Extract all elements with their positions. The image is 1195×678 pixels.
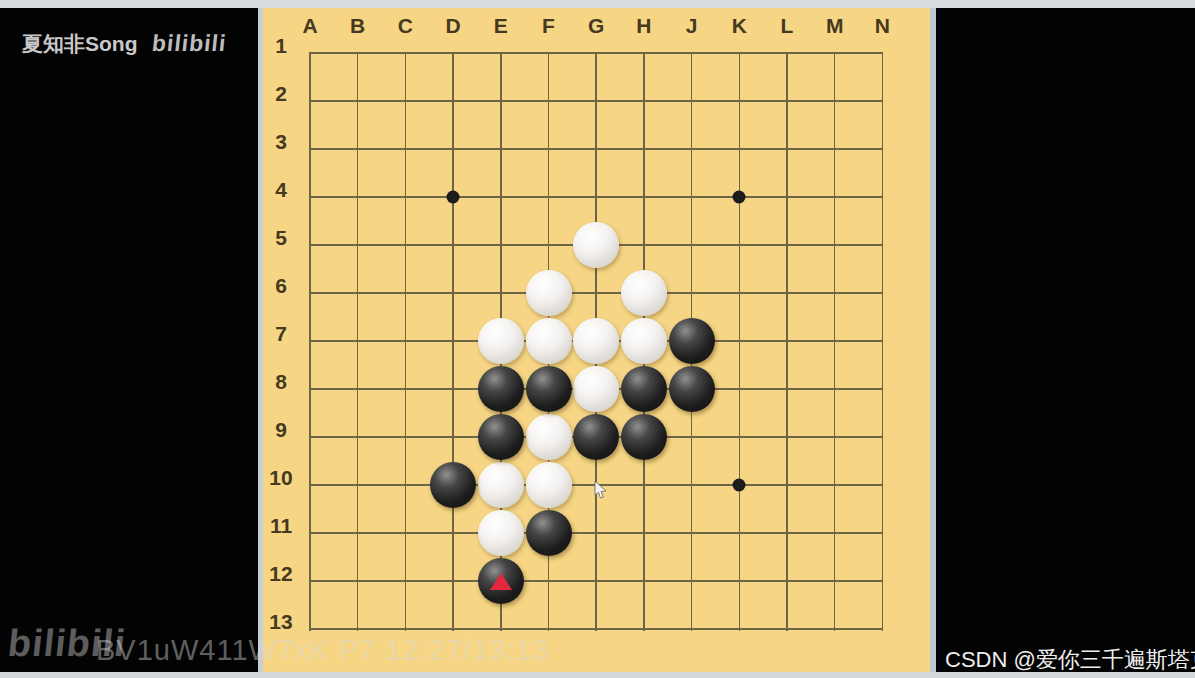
col-label-F: F xyxy=(542,15,555,36)
top-edge-strip xyxy=(0,0,1195,8)
white-stone-G8 xyxy=(573,366,619,412)
black-stone-G9 xyxy=(573,414,619,460)
grid-vertical-line xyxy=(786,53,788,631)
row-label-5: 5 xyxy=(275,227,287,248)
star-point-K4 xyxy=(733,191,746,204)
col-label-K: K xyxy=(732,15,747,36)
col-label-B: B xyxy=(350,15,365,36)
row-label-12: 12 xyxy=(269,563,292,584)
grid-vertical-line xyxy=(405,53,407,631)
col-label-H: H xyxy=(636,15,651,36)
grid-vertical-line xyxy=(834,53,836,631)
row-label-10: 10 xyxy=(269,467,292,488)
col-label-E: E xyxy=(494,15,508,36)
col-label-M: M xyxy=(826,15,844,36)
board-surface[interactable]: ABCDEFGHJKLMN12345678910111213 xyxy=(263,8,930,672)
row-label-2: 2 xyxy=(275,83,287,104)
col-label-L: L xyxy=(781,15,794,36)
black-stone-E9 xyxy=(478,414,524,460)
csdn-watermark: CSDN @爱你三千遍斯塔克 xyxy=(945,645,1195,675)
go-app-viewport: ABCDEFGHJKLMN12345678910111213 xyxy=(258,8,936,672)
col-label-A: A xyxy=(302,15,317,36)
grid-vertical-line xyxy=(882,53,884,631)
white-stone-E11 xyxy=(478,510,524,556)
row-label-13: 13 xyxy=(269,611,292,632)
grid-vertical-line xyxy=(357,53,359,631)
black-stone-J7 xyxy=(669,318,715,364)
white-stone-E10 xyxy=(478,462,524,508)
star-point-K10 xyxy=(733,479,746,492)
row-label-4: 4 xyxy=(275,179,287,200)
white-stone-F10 xyxy=(526,462,572,508)
row-label-7: 7 xyxy=(275,323,287,344)
black-stone-E8 xyxy=(478,366,524,412)
row-label-1: 1 xyxy=(275,35,287,56)
grid-horizontal-line xyxy=(309,580,883,582)
white-stone-F9 xyxy=(526,414,572,460)
white-stone-G5 xyxy=(573,222,619,268)
white-stone-H6 xyxy=(621,270,667,316)
black-stone-F11 xyxy=(526,510,572,556)
mouse-cursor-icon xyxy=(594,481,608,499)
col-label-D: D xyxy=(446,15,461,36)
grid-vertical-line xyxy=(739,53,741,631)
grid-horizontal-line xyxy=(309,532,883,534)
grid-vertical-line xyxy=(452,53,454,631)
right-letterbox-panel xyxy=(936,8,1195,672)
black-stone-E12 xyxy=(478,558,524,604)
grid-vertical-line xyxy=(309,53,311,631)
white-stone-G7 xyxy=(573,318,619,364)
black-stone-H9 xyxy=(621,414,667,460)
black-stone-D10 xyxy=(430,462,476,508)
row-label-9: 9 xyxy=(275,419,287,440)
last-move-triangle-marker xyxy=(490,573,512,590)
star-point-D4 xyxy=(447,191,460,204)
row-label-8: 8 xyxy=(275,371,287,392)
row-label-3: 3 xyxy=(275,131,287,152)
col-label-N: N xyxy=(875,15,890,36)
video-id-watermark: BV1uW411W7xK P7 12:27/13:13 xyxy=(96,634,550,667)
row-label-6: 6 xyxy=(275,275,287,296)
bottom-edge-strip xyxy=(0,672,1195,678)
uploader-name: 夏知非Song xyxy=(22,32,138,55)
col-label-C: C xyxy=(398,15,413,36)
bilibili-logo-small: bilibili xyxy=(150,30,227,57)
row-label-11: 11 xyxy=(270,515,292,536)
black-stone-F8 xyxy=(526,366,572,412)
white-stone-F7 xyxy=(526,318,572,364)
white-stone-F6 xyxy=(526,270,572,316)
col-label-G: G xyxy=(588,15,604,36)
white-stone-H7 xyxy=(621,318,667,364)
uploader-watermark: 夏知非Songbilibili xyxy=(22,30,226,58)
black-stone-H8 xyxy=(621,366,667,412)
grid-horizontal-line xyxy=(309,628,883,630)
left-letterbox-panel xyxy=(0,8,258,672)
black-stone-J8 xyxy=(669,366,715,412)
col-label-J: J xyxy=(686,15,698,36)
video-frame: ABCDEFGHJKLMN12345678910111213 夏知非Songbi… xyxy=(0,0,1195,678)
white-stone-E7 xyxy=(478,318,524,364)
